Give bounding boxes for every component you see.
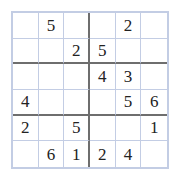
sudoku-cell-r2c6[interactable] bbox=[141, 39, 167, 65]
sudoku-cell-r5c5[interactable] bbox=[116, 116, 142, 142]
sudoku-cell-r3c4[interactable]: 4 bbox=[90, 64, 116, 90]
sudoku-cell-r6c4[interactable]: 2 bbox=[90, 141, 116, 167]
given-digit: 5 bbox=[124, 93, 133, 110]
sudoku-page: 5225434562516124 bbox=[0, 0, 180, 180]
sudoku-cell-r1c6[interactable] bbox=[141, 13, 167, 39]
sudoku-cell-r3c3[interactable] bbox=[64, 64, 90, 90]
sudoku-cell-r5c4[interactable] bbox=[90, 116, 116, 142]
given-digit: 4 bbox=[98, 68, 107, 85]
sudoku-cell-r3c1[interactable] bbox=[13, 64, 39, 90]
sudoku-cell-r2c1[interactable] bbox=[13, 39, 39, 65]
sudoku-cell-r3c2[interactable] bbox=[39, 64, 65, 90]
given-digit: 1 bbox=[72, 146, 81, 163]
sudoku-cell-r6c6[interactable] bbox=[141, 141, 167, 167]
sudoku-cell-r2c3[interactable]: 2 bbox=[64, 39, 90, 65]
given-digit: 2 bbox=[124, 17, 133, 34]
given-digit: 2 bbox=[21, 119, 30, 136]
given-digit: 2 bbox=[72, 42, 81, 59]
sudoku-cell-r4c4[interactable] bbox=[90, 90, 116, 116]
sudoku-cell-r2c5[interactable] bbox=[116, 39, 142, 65]
sudoku-cell-r4c1[interactable]: 4 bbox=[13, 90, 39, 116]
sudoku-cell-r5c1[interactable]: 2 bbox=[13, 116, 39, 142]
given-digit: 4 bbox=[21, 93, 30, 110]
sudoku-cell-r1c5[interactable]: 2 bbox=[116, 13, 142, 39]
sudoku-cell-r3c5[interactable]: 3 bbox=[116, 64, 142, 90]
sudoku-cell-r4c3[interactable] bbox=[64, 90, 90, 116]
sudoku-cell-r1c1[interactable] bbox=[13, 13, 39, 39]
sudoku-cell-r4c5[interactable]: 5 bbox=[116, 90, 142, 116]
sudoku-cell-r1c3[interactable] bbox=[64, 13, 90, 39]
given-digit: 4 bbox=[124, 146, 133, 163]
given-digit: 6 bbox=[47, 146, 56, 163]
sudoku-cell-r5c2[interactable] bbox=[39, 116, 65, 142]
sudoku-cell-r3c6[interactable] bbox=[141, 64, 167, 90]
sudoku-cell-r6c2[interactable]: 6 bbox=[39, 141, 65, 167]
sudoku-cell-r2c4[interactable]: 5 bbox=[90, 39, 116, 65]
sudoku-cell-r5c6[interactable]: 1 bbox=[141, 116, 167, 142]
sudoku-cell-r6c1[interactable] bbox=[13, 141, 39, 167]
sudoku-cell-r6c5[interactable]: 4 bbox=[116, 141, 142, 167]
sudoku-board: 5225434562516124 bbox=[11, 11, 169, 169]
given-digit: 6 bbox=[150, 93, 159, 110]
given-digit: 2 bbox=[98, 146, 107, 163]
sudoku-cell-r1c2[interactable]: 5 bbox=[39, 13, 65, 39]
given-digit: 5 bbox=[72, 119, 81, 136]
sudoku-cell-r2c2[interactable] bbox=[39, 39, 65, 65]
given-digit: 5 bbox=[98, 42, 107, 59]
given-digit: 1 bbox=[150, 119, 159, 136]
sudoku-cell-r6c3[interactable]: 1 bbox=[64, 141, 90, 167]
sudoku-cell-r4c6[interactable]: 6 bbox=[141, 90, 167, 116]
sudoku-cell-r5c3[interactable]: 5 bbox=[64, 116, 90, 142]
sudoku-cell-r4c2[interactable] bbox=[39, 90, 65, 116]
given-digit: 5 bbox=[47, 17, 56, 34]
sudoku-cell-r1c4[interactable] bbox=[90, 13, 116, 39]
given-digit: 3 bbox=[124, 68, 133, 85]
